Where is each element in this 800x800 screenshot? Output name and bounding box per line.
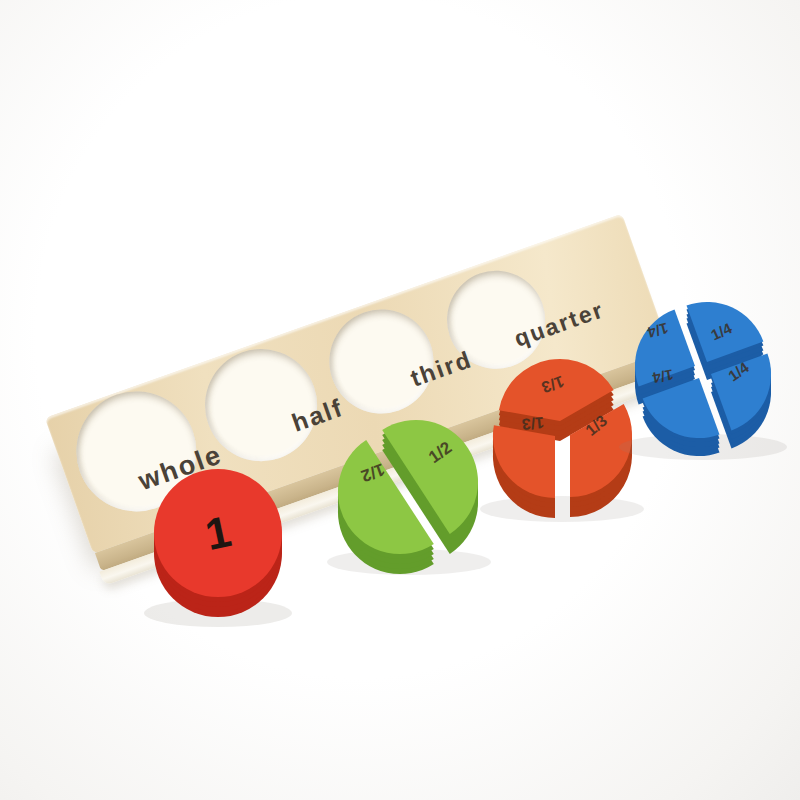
third-piece-2-label: 1/3 <box>521 414 545 433</box>
whole-piece[interactable]: 1 <box>133 455 303 633</box>
whole-piece-1[interactable]: 1 <box>154 469 282 617</box>
quarter-pieces[interactable]: 1/4 1/4 1/4 1/4 <box>615 295 795 467</box>
half-pieces[interactable]: 1/2 1/2 <box>325 410 500 578</box>
product-photo: whole half third quarter 1 1/2 <box>0 0 800 800</box>
piece-shadow <box>480 496 644 522</box>
